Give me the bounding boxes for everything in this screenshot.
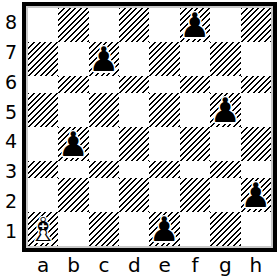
square-g2[interactable]: [210, 178, 240, 212]
square-h2[interactable]: ♟: [241, 178, 271, 212]
board-grid: ♟♟♟♟♟♝♗♟: [28, 8, 271, 246]
square-c1[interactable]: [89, 212, 119, 246]
square-f2[interactable]: [180, 178, 210, 212]
square-f3[interactable]: [180, 161, 210, 178]
square-g3[interactable]: [210, 161, 240, 178]
black-pawn: ♟: [149, 212, 179, 246]
chess-board-inner-edge: ♟♟♟♟♟♝♗♟: [26, 6, 273, 248]
file-label-d: d: [119, 251, 149, 278]
square-b2[interactable]: [58, 178, 88, 212]
square-d8[interactable]: [119, 8, 149, 42]
square-e6[interactable]: [149, 76, 179, 93]
square-e1[interactable]: ♟: [149, 212, 179, 246]
black-pawn: ♟: [180, 8, 210, 42]
square-d6[interactable]: [119, 76, 149, 93]
square-f1[interactable]: [180, 212, 210, 246]
square-e3[interactable]: [149, 161, 179, 178]
square-c3[interactable]: [89, 161, 119, 178]
white-bishop: ♝♗: [28, 212, 58, 246]
square-g1[interactable]: [210, 212, 240, 246]
square-g7[interactable]: [210, 42, 240, 76]
square-b6[interactable]: [58, 76, 88, 93]
chess-board-frame: ♟♟♟♟♟♝♗♟: [22, 2, 277, 252]
square-e4[interactable]: [149, 127, 179, 161]
square-c4[interactable]: [89, 127, 119, 161]
black-pawn: ♟: [89, 42, 119, 76]
file-label-f: f: [180, 251, 210, 278]
square-e5[interactable]: [149, 93, 179, 127]
square-h8[interactable]: [241, 8, 271, 42]
black-pawn: ♟: [241, 178, 271, 212]
file-label-b: b: [58, 251, 88, 278]
square-h5[interactable]: [241, 93, 271, 127]
black-pawn: ♟: [58, 127, 88, 161]
square-h6[interactable]: [241, 76, 271, 93]
file-label-g: g: [210, 251, 240, 278]
black-pawn: ♟: [210, 93, 240, 127]
square-a7[interactable]: [28, 42, 58, 76]
rank-label-7: 7: [0, 38, 22, 68]
rank-label-4: 4: [0, 127, 22, 157]
white-bishop-outline: ♗: [28, 212, 58, 246]
square-b1[interactable]: [58, 212, 88, 246]
square-c7[interactable]: ♟: [89, 42, 119, 76]
rank-label-6: 6: [0, 68, 22, 98]
rank-label-3: 3: [0, 157, 22, 187]
square-h4[interactable]: [241, 127, 271, 161]
square-f4[interactable]: [180, 127, 210, 161]
square-c2[interactable]: [89, 178, 119, 212]
file-label-c: c: [89, 251, 119, 278]
rank-label-2: 2: [0, 187, 22, 217]
square-b3[interactable]: [58, 161, 88, 178]
square-d2[interactable]: [119, 178, 149, 212]
square-a8[interactable]: [28, 8, 58, 42]
rank-label-1: 1: [0, 216, 22, 246]
square-b8[interactable]: [58, 8, 88, 42]
square-e8[interactable]: [149, 8, 179, 42]
square-a1[interactable]: ♝♗: [28, 212, 58, 246]
file-labels: abcdefgh: [28, 251, 271, 278]
square-f7[interactable]: [180, 42, 210, 76]
square-a4[interactable]: [28, 127, 58, 161]
file-label-a: a: [28, 251, 58, 278]
square-c8[interactable]: [89, 8, 119, 42]
square-b4[interactable]: ♟: [58, 127, 88, 161]
square-h1[interactable]: [241, 212, 271, 246]
rank-label-8: 8: [0, 8, 22, 38]
square-g5[interactable]: ♟: [210, 93, 240, 127]
square-f5[interactable]: [180, 93, 210, 127]
square-g8[interactable]: [210, 8, 240, 42]
square-f6[interactable]: [180, 76, 210, 93]
square-b5[interactable]: [58, 93, 88, 127]
square-f8[interactable]: ♟: [180, 8, 210, 42]
square-c5[interactable]: [89, 93, 119, 127]
square-d1[interactable]: [119, 212, 149, 246]
square-e7[interactable]: [149, 42, 179, 76]
square-b7[interactable]: [58, 42, 88, 76]
square-a2[interactable]: [28, 178, 58, 212]
square-d3[interactable]: [119, 161, 149, 178]
square-d5[interactable]: [119, 93, 149, 127]
square-g4[interactable]: [210, 127, 240, 161]
square-a5[interactable]: [28, 93, 58, 127]
square-h7[interactable]: [241, 42, 271, 76]
square-d7[interactable]: [119, 42, 149, 76]
square-c6[interactable]: [89, 76, 119, 93]
rank-labels: 87654321: [0, 8, 22, 246]
square-a6[interactable]: [28, 76, 58, 93]
file-label-e: e: [150, 251, 180, 278]
square-a3[interactable]: [28, 161, 58, 178]
file-label-h: h: [241, 251, 271, 278]
square-d4[interactable]: [119, 127, 149, 161]
rank-label-5: 5: [0, 97, 22, 127]
square-e2[interactable]: [149, 178, 179, 212]
